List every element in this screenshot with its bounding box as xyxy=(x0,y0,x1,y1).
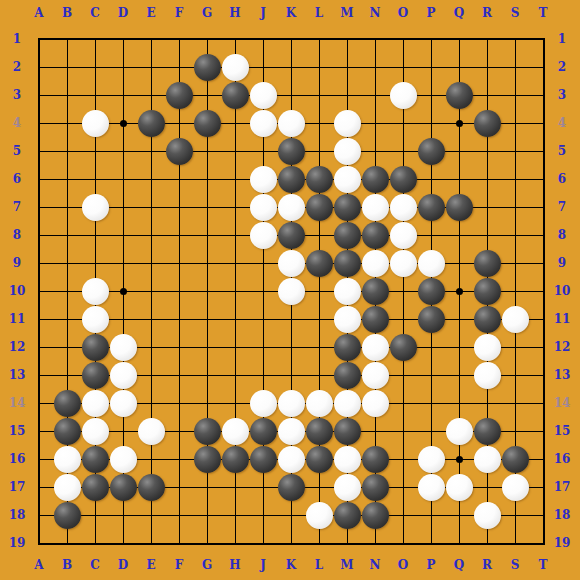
black-stone[interactable] xyxy=(166,138,193,165)
intersection-H9[interactable] xyxy=(221,249,249,277)
intersection-G15[interactable] xyxy=(193,417,221,445)
white-stone[interactable] xyxy=(362,194,389,221)
intersection-O15[interactable] xyxy=(389,417,417,445)
intersection-B13[interactable] xyxy=(53,361,81,389)
intersection-L9[interactable] xyxy=(305,249,333,277)
intersection-F18[interactable] xyxy=(165,501,193,529)
intersection-Q7[interactable] xyxy=(445,193,473,221)
intersection-F6[interactable] xyxy=(165,165,193,193)
intersection-Q6[interactable] xyxy=(445,165,473,193)
intersection-K6[interactable] xyxy=(277,165,305,193)
intersection-K14[interactable] xyxy=(277,389,305,417)
intersection-R12[interactable] xyxy=(473,333,501,361)
black-stone[interactable] xyxy=(250,446,277,473)
black-stone[interactable] xyxy=(278,474,305,501)
intersection-K4[interactable] xyxy=(277,109,305,137)
intersection-E5[interactable] xyxy=(137,137,165,165)
white-stone[interactable] xyxy=(334,306,361,333)
intersection-T8[interactable] xyxy=(529,221,557,249)
intersection-B14[interactable] xyxy=(53,389,81,417)
intersection-H8[interactable] xyxy=(221,221,249,249)
intersection-L18[interactable] xyxy=(305,501,333,529)
intersection-S13[interactable] xyxy=(501,361,529,389)
white-stone[interactable] xyxy=(334,390,361,417)
intersection-P2[interactable] xyxy=(417,53,445,81)
intersection-S17[interactable] xyxy=(501,473,529,501)
white-stone[interactable] xyxy=(82,306,109,333)
black-stone[interactable] xyxy=(362,222,389,249)
intersection-R19[interactable] xyxy=(473,529,501,557)
black-stone[interactable] xyxy=(502,446,529,473)
intersection-L10[interactable] xyxy=(305,277,333,305)
intersection-O16[interactable] xyxy=(389,445,417,473)
intersection-H6[interactable] xyxy=(221,165,249,193)
white-stone[interactable] xyxy=(362,334,389,361)
white-stone[interactable] xyxy=(278,250,305,277)
intersection-F5[interactable] xyxy=(165,137,193,165)
intersection-N6[interactable] xyxy=(361,165,389,193)
intersection-S16[interactable] xyxy=(501,445,529,473)
black-stone[interactable] xyxy=(306,166,333,193)
intersection-H17[interactable] xyxy=(221,473,249,501)
intersection-R17[interactable] xyxy=(473,473,501,501)
intersection-E1[interactable] xyxy=(137,25,165,53)
intersection-P18[interactable] xyxy=(417,501,445,529)
intersection-G14[interactable] xyxy=(193,389,221,417)
intersection-A15[interactable] xyxy=(25,417,53,445)
intersection-G7[interactable] xyxy=(193,193,221,221)
intersection-O17[interactable] xyxy=(389,473,417,501)
intersection-T19[interactable] xyxy=(529,529,557,557)
intersection-D15[interactable] xyxy=(109,417,137,445)
intersection-L6[interactable] xyxy=(305,165,333,193)
intersection-F16[interactable] xyxy=(165,445,193,473)
intersection-S18[interactable] xyxy=(501,501,529,529)
black-stone[interactable] xyxy=(446,82,473,109)
intersection-J16[interactable] xyxy=(249,445,277,473)
black-stone[interactable] xyxy=(362,474,389,501)
intersection-G13[interactable] xyxy=(193,361,221,389)
intersection-R13[interactable] xyxy=(473,361,501,389)
intersection-Q19[interactable] xyxy=(445,529,473,557)
intersection-P16[interactable] xyxy=(417,445,445,473)
intersection-O2[interactable] xyxy=(389,53,417,81)
intersection-Q12[interactable] xyxy=(445,333,473,361)
intersection-E19[interactable] xyxy=(137,529,165,557)
intersection-D18[interactable] xyxy=(109,501,137,529)
intersection-G1[interactable] xyxy=(193,25,221,53)
intersection-M5[interactable] xyxy=(333,137,361,165)
intersection-A1[interactable] xyxy=(25,25,53,53)
intersection-S10[interactable] xyxy=(501,277,529,305)
intersection-C2[interactable] xyxy=(81,53,109,81)
intersection-A13[interactable] xyxy=(25,361,53,389)
intersection-S11[interactable] xyxy=(501,305,529,333)
black-stone[interactable] xyxy=(474,418,501,445)
intersection-A10[interactable] xyxy=(25,277,53,305)
intersection-H1[interactable] xyxy=(221,25,249,53)
white-stone[interactable] xyxy=(334,110,361,137)
intersection-J14[interactable] xyxy=(249,389,277,417)
intersection-J18[interactable] xyxy=(249,501,277,529)
intersection-L3[interactable] xyxy=(305,81,333,109)
white-stone[interactable] xyxy=(250,82,277,109)
white-stone[interactable] xyxy=(222,54,249,81)
white-stone[interactable] xyxy=(474,362,501,389)
intersection-C5[interactable] xyxy=(81,137,109,165)
intersection-Q1[interactable] xyxy=(445,25,473,53)
intersection-N3[interactable] xyxy=(361,81,389,109)
intersection-P13[interactable] xyxy=(417,361,445,389)
white-stone[interactable] xyxy=(82,194,109,221)
intersection-C18[interactable] xyxy=(81,501,109,529)
intersection-B12[interactable] xyxy=(53,333,81,361)
intersection-M17[interactable] xyxy=(333,473,361,501)
intersection-S9[interactable] xyxy=(501,249,529,277)
intersection-R2[interactable] xyxy=(473,53,501,81)
intersection-L13[interactable] xyxy=(305,361,333,389)
intersection-K15[interactable] xyxy=(277,417,305,445)
intersection-S2[interactable] xyxy=(501,53,529,81)
intersection-M10[interactable] xyxy=(333,277,361,305)
black-stone[interactable] xyxy=(306,418,333,445)
black-stone[interactable] xyxy=(82,474,109,501)
intersection-O18[interactable] xyxy=(389,501,417,529)
intersection-Q18[interactable] xyxy=(445,501,473,529)
black-stone[interactable] xyxy=(418,138,445,165)
intersection-M4[interactable] xyxy=(333,109,361,137)
intersection-G17[interactable] xyxy=(193,473,221,501)
black-stone[interactable] xyxy=(362,306,389,333)
intersection-T17[interactable] xyxy=(529,473,557,501)
intersection-N10[interactable] xyxy=(361,277,389,305)
intersection-F11[interactable] xyxy=(165,305,193,333)
intersection-O10[interactable] xyxy=(389,277,417,305)
white-stone[interactable] xyxy=(502,306,529,333)
white-stone[interactable] xyxy=(446,474,473,501)
black-stone[interactable] xyxy=(222,446,249,473)
intersection-P5[interactable] xyxy=(417,137,445,165)
intersection-L19[interactable] xyxy=(305,529,333,557)
intersection-E10[interactable] xyxy=(137,277,165,305)
black-stone[interactable] xyxy=(138,474,165,501)
white-stone[interactable] xyxy=(362,390,389,417)
intersection-K9[interactable] xyxy=(277,249,305,277)
intersection-C6[interactable] xyxy=(81,165,109,193)
intersection-O19[interactable] xyxy=(389,529,417,557)
intersection-N4[interactable] xyxy=(361,109,389,137)
intersection-N14[interactable] xyxy=(361,389,389,417)
intersection-S8[interactable] xyxy=(501,221,529,249)
black-stone[interactable] xyxy=(194,54,221,81)
intersection-S14[interactable] xyxy=(501,389,529,417)
intersection-N2[interactable] xyxy=(361,53,389,81)
white-stone[interactable] xyxy=(278,110,305,137)
intersection-O12[interactable] xyxy=(389,333,417,361)
black-stone[interactable] xyxy=(306,446,333,473)
intersection-D3[interactable] xyxy=(109,81,137,109)
intersection-A9[interactable] xyxy=(25,249,53,277)
intersection-O9[interactable] xyxy=(389,249,417,277)
intersection-C19[interactable] xyxy=(81,529,109,557)
white-stone[interactable] xyxy=(334,446,361,473)
intersection-G12[interactable] xyxy=(193,333,221,361)
intersection-B1[interactable] xyxy=(53,25,81,53)
intersection-D5[interactable] xyxy=(109,137,137,165)
intersection-G9[interactable] xyxy=(193,249,221,277)
black-stone[interactable] xyxy=(418,306,445,333)
white-stone[interactable] xyxy=(474,334,501,361)
intersection-B10[interactable] xyxy=(53,277,81,305)
intersection-L11[interactable] xyxy=(305,305,333,333)
black-stone[interactable] xyxy=(418,194,445,221)
black-stone[interactable] xyxy=(334,222,361,249)
intersection-D14[interactable] xyxy=(109,389,137,417)
intersection-N9[interactable] xyxy=(361,249,389,277)
intersection-T16[interactable] xyxy=(529,445,557,473)
black-stone[interactable] xyxy=(334,250,361,277)
black-stone[interactable] xyxy=(474,306,501,333)
intersection-A5[interactable] xyxy=(25,137,53,165)
intersection-T10[interactable] xyxy=(529,277,557,305)
intersection-D19[interactable] xyxy=(109,529,137,557)
intersection-S12[interactable] xyxy=(501,333,529,361)
intersection-C14[interactable] xyxy=(81,389,109,417)
intersection-K7[interactable] xyxy=(277,193,305,221)
intersection-F19[interactable] xyxy=(165,529,193,557)
intersection-E8[interactable] xyxy=(137,221,165,249)
intersection-C8[interactable] xyxy=(81,221,109,249)
intersection-Q9[interactable] xyxy=(445,249,473,277)
intersection-C11[interactable] xyxy=(81,305,109,333)
white-stone[interactable] xyxy=(474,446,501,473)
intersection-N1[interactable] xyxy=(361,25,389,53)
intersection-E15[interactable] xyxy=(137,417,165,445)
intersection-N7[interactable] xyxy=(361,193,389,221)
intersection-Q13[interactable] xyxy=(445,361,473,389)
intersection-O14[interactable] xyxy=(389,389,417,417)
white-stone[interactable] xyxy=(418,474,445,501)
intersection-J10[interactable] xyxy=(249,277,277,305)
intersection-S6[interactable] xyxy=(501,165,529,193)
black-stone[interactable] xyxy=(194,446,221,473)
intersection-K17[interactable] xyxy=(277,473,305,501)
intersection-G18[interactable] xyxy=(193,501,221,529)
intersection-J12[interactable] xyxy=(249,333,277,361)
intersection-K13[interactable] xyxy=(277,361,305,389)
intersection-G10[interactable] xyxy=(193,277,221,305)
intersection-T4[interactable] xyxy=(529,109,557,137)
white-stone[interactable] xyxy=(334,138,361,165)
intersection-H19[interactable] xyxy=(221,529,249,557)
intersection-D17[interactable] xyxy=(109,473,137,501)
intersection-T15[interactable] xyxy=(529,417,557,445)
white-stone[interactable] xyxy=(138,418,165,445)
black-stone[interactable] xyxy=(334,418,361,445)
intersection-B6[interactable] xyxy=(53,165,81,193)
black-stone[interactable] xyxy=(54,502,81,529)
intersection-A18[interactable] xyxy=(25,501,53,529)
intersection-T3[interactable] xyxy=(529,81,557,109)
intersection-H7[interactable] xyxy=(221,193,249,221)
black-stone[interactable] xyxy=(82,446,109,473)
intersection-Q15[interactable] xyxy=(445,417,473,445)
black-stone[interactable] xyxy=(54,418,81,445)
intersection-F4[interactable] xyxy=(165,109,193,137)
white-stone[interactable] xyxy=(110,390,137,417)
intersection-O5[interactable] xyxy=(389,137,417,165)
intersection-E6[interactable] xyxy=(137,165,165,193)
intersection-B3[interactable] xyxy=(53,81,81,109)
intersection-D8[interactable] xyxy=(109,221,137,249)
intersection-M1[interactable] xyxy=(333,25,361,53)
intersection-A14[interactable] xyxy=(25,389,53,417)
intersection-J1[interactable] xyxy=(249,25,277,53)
intersection-F3[interactable] xyxy=(165,81,193,109)
black-stone[interactable] xyxy=(278,222,305,249)
intersection-M6[interactable] xyxy=(333,165,361,193)
intersection-M16[interactable] xyxy=(333,445,361,473)
intersection-R16[interactable] xyxy=(473,445,501,473)
intersection-O4[interactable] xyxy=(389,109,417,137)
black-stone[interactable] xyxy=(446,194,473,221)
intersection-C9[interactable] xyxy=(81,249,109,277)
black-stone[interactable] xyxy=(82,362,109,389)
intersection-K19[interactable] xyxy=(277,529,305,557)
intersection-G3[interactable] xyxy=(193,81,221,109)
intersection-D7[interactable] xyxy=(109,193,137,221)
intersection-A4[interactable] xyxy=(25,109,53,137)
intersection-P1[interactable] xyxy=(417,25,445,53)
white-stone[interactable] xyxy=(110,334,137,361)
intersection-F7[interactable] xyxy=(165,193,193,221)
black-stone[interactable] xyxy=(474,278,501,305)
intersection-L1[interactable] xyxy=(305,25,333,53)
intersection-B16[interactable] xyxy=(53,445,81,473)
intersection-G6[interactable] xyxy=(193,165,221,193)
intersection-J4[interactable] xyxy=(249,109,277,137)
black-stone[interactable] xyxy=(194,418,221,445)
intersection-T9[interactable] xyxy=(529,249,557,277)
intersection-M18[interactable] xyxy=(333,501,361,529)
intersection-N17[interactable] xyxy=(361,473,389,501)
white-stone[interactable] xyxy=(390,222,417,249)
intersection-S1[interactable] xyxy=(501,25,529,53)
intersection-F2[interactable] xyxy=(165,53,193,81)
intersection-D16[interactable] xyxy=(109,445,137,473)
intersection-F12[interactable] xyxy=(165,333,193,361)
intersection-P9[interactable] xyxy=(417,249,445,277)
intersection-N15[interactable] xyxy=(361,417,389,445)
intersection-P11[interactable] xyxy=(417,305,445,333)
intersection-A19[interactable] xyxy=(25,529,53,557)
intersection-N8[interactable] xyxy=(361,221,389,249)
intersection-J7[interactable] xyxy=(249,193,277,221)
intersection-E2[interactable] xyxy=(137,53,165,81)
intersection-F9[interactable] xyxy=(165,249,193,277)
intersection-D12[interactable] xyxy=(109,333,137,361)
white-stone[interactable] xyxy=(306,390,333,417)
intersection-C4[interactable] xyxy=(81,109,109,137)
intersection-M12[interactable] xyxy=(333,333,361,361)
intersection-R1[interactable] xyxy=(473,25,501,53)
intersection-M19[interactable] xyxy=(333,529,361,557)
intersection-G8[interactable] xyxy=(193,221,221,249)
intersection-F13[interactable] xyxy=(165,361,193,389)
black-stone[interactable] xyxy=(474,250,501,277)
intersection-M13[interactable] xyxy=(333,361,361,389)
intersection-R15[interactable] xyxy=(473,417,501,445)
intersection-J13[interactable] xyxy=(249,361,277,389)
white-stone[interactable] xyxy=(278,194,305,221)
black-stone[interactable] xyxy=(110,474,137,501)
intersection-L7[interactable] xyxy=(305,193,333,221)
intersection-T18[interactable] xyxy=(529,501,557,529)
black-stone[interactable] xyxy=(306,194,333,221)
intersection-P14[interactable] xyxy=(417,389,445,417)
black-stone[interactable] xyxy=(278,166,305,193)
intersection-C12[interactable] xyxy=(81,333,109,361)
intersection-D9[interactable] xyxy=(109,249,137,277)
intersection-T11[interactable] xyxy=(529,305,557,333)
intersection-B7[interactable] xyxy=(53,193,81,221)
intersection-S4[interactable] xyxy=(501,109,529,137)
intersection-P12[interactable] xyxy=(417,333,445,361)
intersection-D4[interactable] xyxy=(109,109,137,137)
intersection-R6[interactable] xyxy=(473,165,501,193)
intersection-P4[interactable] xyxy=(417,109,445,137)
intersection-A17[interactable] xyxy=(25,473,53,501)
white-stone[interactable] xyxy=(250,194,277,221)
intersection-D13[interactable] xyxy=(109,361,137,389)
intersection-B18[interactable] xyxy=(53,501,81,529)
white-stone[interactable] xyxy=(418,250,445,277)
intersection-Q16[interactable] xyxy=(445,445,473,473)
intersection-D1[interactable] xyxy=(109,25,137,53)
intersection-K8[interactable] xyxy=(277,221,305,249)
intersection-B11[interactable] xyxy=(53,305,81,333)
intersection-N16[interactable] xyxy=(361,445,389,473)
black-stone[interactable] xyxy=(278,138,305,165)
intersection-E16[interactable] xyxy=(137,445,165,473)
intersection-R5[interactable] xyxy=(473,137,501,165)
white-stone[interactable] xyxy=(250,390,277,417)
intersection-N18[interactable] xyxy=(361,501,389,529)
intersection-D11[interactable] xyxy=(109,305,137,333)
black-stone[interactable] xyxy=(166,82,193,109)
white-stone[interactable] xyxy=(362,362,389,389)
black-stone[interactable] xyxy=(250,418,277,445)
intersection-B15[interactable] xyxy=(53,417,81,445)
intersection-Q11[interactable] xyxy=(445,305,473,333)
black-stone[interactable] xyxy=(474,110,501,137)
black-stone[interactable] xyxy=(362,278,389,305)
intersection-G4[interactable] xyxy=(193,109,221,137)
intersection-J3[interactable] xyxy=(249,81,277,109)
intersection-J9[interactable] xyxy=(249,249,277,277)
intersection-J8[interactable] xyxy=(249,221,277,249)
intersection-H10[interactable] xyxy=(221,277,249,305)
intersection-P17[interactable] xyxy=(417,473,445,501)
intersection-M2[interactable] xyxy=(333,53,361,81)
intersection-E3[interactable] xyxy=(137,81,165,109)
black-stone[interactable] xyxy=(334,194,361,221)
intersection-Q2[interactable] xyxy=(445,53,473,81)
intersection-T14[interactable] xyxy=(529,389,557,417)
intersection-M15[interactable] xyxy=(333,417,361,445)
intersection-K16[interactable] xyxy=(277,445,305,473)
intersection-L2[interactable] xyxy=(305,53,333,81)
